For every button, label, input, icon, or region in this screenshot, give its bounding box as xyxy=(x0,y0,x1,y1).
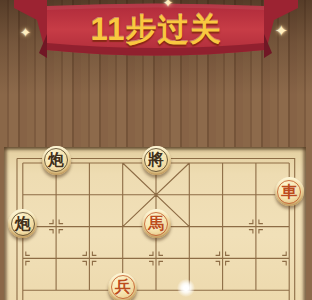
piece-red-soldier[interactable]: 兵 xyxy=(108,273,137,300)
pieces-layer: 炮將車炮馬兵 xyxy=(4,147,306,300)
piece-black-cannon[interactable]: 炮 xyxy=(8,209,37,238)
piece-black-cannon[interactable]: 炮 xyxy=(42,146,71,175)
sparkle-star-icon: ✦ xyxy=(163,0,173,10)
hint-glow-dot xyxy=(177,279,195,297)
piece-black-general[interactable]: 將 xyxy=(142,146,171,175)
piece-glyph: 兵 xyxy=(115,279,131,295)
piece-glyph: 炮 xyxy=(15,216,31,232)
piece-red-horse[interactable]: 馬 xyxy=(142,209,171,238)
game-screen: 炮將車炮馬兵 11步过关 ✦ ✦ ✦ xyxy=(0,0,312,300)
level-banner: 11步过关 xyxy=(0,0,312,64)
piece-glyph: 車 xyxy=(281,184,297,200)
piece-red-chariot[interactable]: 車 xyxy=(275,177,304,206)
sparkle-star-icon: ✦ xyxy=(275,22,288,40)
piece-glyph: 炮 xyxy=(48,152,64,168)
banner-title: 11步过关 xyxy=(91,9,222,51)
xiangqi-board[interactable]: 炮將車炮馬兵 xyxy=(4,147,306,300)
piece-glyph: 將 xyxy=(148,152,164,168)
piece-glyph: 馬 xyxy=(148,216,164,232)
sparkle-star-icon: ✦ xyxy=(20,25,31,40)
